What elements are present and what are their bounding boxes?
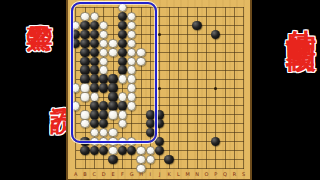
stone-black-B17	[80, 146, 89, 155]
caption-left-line1: 驚異の	[27, 4, 53, 40]
column-label: I	[150, 172, 151, 177]
stone-white-A10	[71, 83, 80, 92]
stone-white-G8	[127, 65, 136, 74]
grid-line-vertical	[243, 7, 244, 168]
stone-black-F4	[118, 30, 127, 39]
stone-black-D14	[99, 119, 108, 128]
stone-white-G9	[127, 74, 136, 83]
stone-black-C9	[90, 74, 99, 83]
stone-black-F6	[118, 48, 127, 57]
stone-white-B11	[80, 92, 89, 101]
stone-white-H17	[136, 146, 145, 155]
stone-black-C14	[90, 119, 99, 128]
stone-black-C5	[90, 39, 99, 48]
stone-white-D8	[99, 65, 108, 74]
stone-black-B8	[80, 65, 89, 74]
column-label: J	[159, 172, 160, 177]
video-frame: 驚異の 読み ABCDEFGHIJKLMNOPQRS 仲邑菫初段	[0, 0, 320, 180]
stone-white-E6	[108, 48, 117, 57]
stone-white-E17	[108, 146, 117, 155]
stone-white-C2	[90, 12, 99, 21]
column-label: Q	[223, 172, 227, 177]
star-point	[158, 33, 161, 36]
stone-black-E11	[108, 92, 117, 101]
stone-black-A5	[71, 39, 80, 48]
stone-white-D6	[99, 48, 108, 57]
stone-black-I15	[146, 128, 155, 137]
stone-white-G16	[127, 137, 136, 146]
stone-black-D17	[99, 146, 108, 155]
stone-black-F8	[118, 65, 127, 74]
stone-black-E12	[108, 101, 117, 110]
stone-black-I14	[146, 119, 155, 128]
stone-black-N3	[192, 21, 201, 30]
stone-white-E13	[108, 110, 117, 119]
stone-black-E10	[108, 83, 117, 92]
grid-line-vertical	[225, 7, 226, 168]
stone-white-D7	[99, 57, 108, 66]
stone-white-E5	[108, 39, 117, 48]
column-label: N	[195, 172, 199, 177]
grid-line-horizontal	[76, 168, 244, 169]
stone-white-H18	[136, 155, 145, 164]
stone-black-D12	[99, 101, 108, 110]
stone-black-F2	[118, 12, 127, 21]
stone-black-D13	[99, 110, 108, 119]
stone-black-F12	[118, 101, 127, 110]
column-label: B	[83, 172, 86, 177]
stone-black-C3	[90, 21, 99, 30]
stone-black-J17	[155, 146, 164, 155]
stone-white-B10	[80, 83, 89, 92]
column-label: L	[177, 172, 180, 177]
stone-white-F1	[118, 3, 127, 12]
stone-white-C11	[90, 92, 99, 101]
stone-black-P16	[211, 137, 220, 146]
stone-black-C7	[90, 57, 99, 66]
stone-white-G4	[127, 30, 136, 39]
stone-white-A3	[71, 21, 80, 30]
stone-black-B5	[80, 39, 89, 48]
star-point	[158, 87, 161, 90]
column-label: F	[121, 172, 124, 177]
stone-black-C6	[90, 48, 99, 57]
stone-white-F13	[118, 110, 127, 119]
stone-black-C8	[90, 65, 99, 74]
stone-white-G6	[127, 48, 136, 57]
stone-black-J13	[155, 110, 164, 119]
column-label: G	[130, 172, 134, 177]
grid-line-vertical	[178, 7, 179, 168]
stone-white-G2	[127, 12, 136, 21]
stone-white-D15	[99, 128, 108, 137]
stone-black-B6	[80, 48, 89, 57]
column-label: R	[233, 172, 236, 177]
stone-black-B9	[80, 74, 89, 83]
stone-black-B16	[80, 137, 89, 146]
grid-line-vertical	[197, 7, 198, 168]
stone-black-C4	[90, 30, 99, 39]
stone-white-B14	[80, 119, 89, 128]
stone-black-I13	[146, 110, 155, 119]
star-point	[214, 87, 217, 90]
stone-white-G11	[127, 92, 136, 101]
column-label: S	[242, 172, 245, 177]
stone-white-F9	[118, 74, 127, 83]
stone-white-D5	[99, 39, 108, 48]
stone-white-E16	[108, 137, 117, 146]
column-label: C	[93, 172, 97, 177]
stone-black-G17	[127, 146, 136, 155]
column-label: O	[204, 172, 208, 177]
column-label: P	[214, 172, 217, 177]
stone-white-G5	[127, 39, 136, 48]
go-board[interactable]: ABCDEFGHIJKLMNOPQRS	[66, 0, 252, 180]
stone-black-P4	[211, 30, 220, 39]
stone-white-F16	[118, 137, 127, 146]
grid-line-vertical	[187, 7, 188, 168]
stone-white-I17	[146, 146, 155, 155]
stone-white-G12	[127, 101, 136, 110]
stone-black-E18	[108, 155, 117, 164]
grid-line-vertical	[206, 7, 207, 168]
caption-right: 仲邑菫初段	[286, 6, 316, 21]
stone-white-B13	[80, 110, 89, 119]
stone-black-C13	[90, 110, 99, 119]
stone-black-K18	[164, 155, 173, 164]
stone-black-A4	[71, 30, 80, 39]
stone-black-C10	[90, 83, 99, 92]
stone-black-J14	[155, 119, 164, 128]
stone-black-F5	[118, 39, 127, 48]
stone-white-G10	[127, 83, 136, 92]
grid-line-vertical	[234, 7, 235, 168]
stone-white-D16	[99, 137, 108, 146]
stone-black-B3	[80, 21, 89, 30]
column-label: K	[167, 172, 170, 177]
column-label: E	[111, 172, 114, 177]
stone-black-D9	[99, 74, 108, 83]
stone-black-F7	[118, 57, 127, 66]
stone-white-G7	[127, 57, 136, 66]
stone-black-F3	[118, 21, 127, 30]
stone-white-E15	[108, 128, 117, 137]
grid-line-horizontal	[76, 97, 244, 98]
grid-line-horizontal	[76, 159, 244, 160]
stone-white-A12	[71, 101, 80, 110]
stone-white-C15	[90, 128, 99, 137]
stone-white-B2	[80, 12, 89, 21]
stone-white-I18	[146, 155, 155, 164]
stone-black-F17	[118, 146, 127, 155]
column-label: M	[186, 172, 190, 177]
stone-black-C12	[90, 101, 99, 110]
stone-white-F11	[118, 92, 127, 101]
stone-black-D10	[99, 83, 108, 92]
stone-black-B4	[80, 30, 89, 39]
column-label: A	[74, 172, 77, 177]
stone-black-B7	[80, 57, 89, 66]
column-label: D	[102, 172, 106, 177]
column-label: H	[139, 172, 143, 177]
stone-black-J16	[155, 137, 164, 146]
stone-white-F14	[118, 119, 127, 128]
stone-white-H6	[136, 48, 145, 57]
stone-white-G3	[127, 21, 136, 30]
stone-white-D3	[99, 21, 108, 30]
stone-black-C17	[90, 146, 99, 155]
stone-black-E9	[108, 74, 117, 83]
stone-white-D4	[99, 30, 108, 39]
stone-white-C16	[90, 137, 99, 146]
stone-white-H7	[136, 57, 145, 66]
grid-line-vertical	[169, 7, 170, 168]
